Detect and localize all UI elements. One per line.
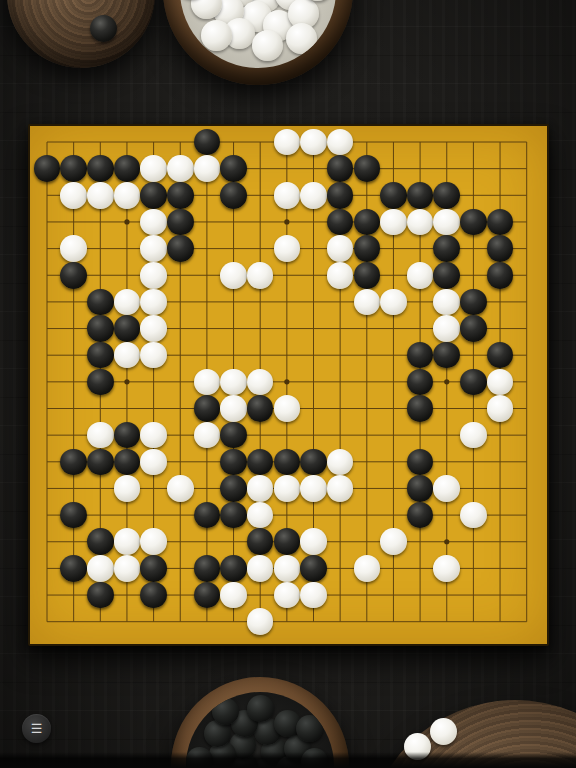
white-stone [487, 395, 514, 422]
white-stone [274, 555, 301, 582]
white-stone [140, 155, 167, 182]
white-stone [327, 262, 354, 289]
white-stone [60, 235, 87, 262]
black-stone [34, 155, 61, 182]
black-stone [87, 369, 114, 396]
black-stone [354, 209, 381, 236]
white-stone-bowl [163, 0, 353, 85]
black-stone [220, 555, 247, 582]
white-stone [274, 182, 301, 209]
white-stone [220, 369, 247, 396]
hoshi-point [444, 539, 449, 544]
hoshi-point [284, 379, 289, 384]
black-stone [114, 315, 141, 342]
black-stone [354, 262, 381, 289]
white-stone [274, 475, 301, 502]
black-stone [220, 502, 247, 529]
black-bowl-stone [212, 698, 239, 725]
white-stone [87, 555, 114, 582]
white-stone [114, 182, 141, 209]
black-stone [114, 449, 141, 476]
black-stone [167, 209, 194, 236]
white-stone [140, 422, 167, 449]
white-stone [300, 475, 327, 502]
white-bowl-stone [201, 20, 232, 51]
white-bowl-stone [252, 30, 283, 61]
black-stone [247, 395, 274, 422]
black-stone [460, 369, 487, 396]
black-stone [60, 155, 87, 182]
white-stone [300, 182, 327, 209]
white-stone [407, 262, 434, 289]
black-stone [87, 342, 114, 369]
white-stone [220, 262, 247, 289]
black-stone [87, 449, 114, 476]
captured-white-stone [430, 718, 457, 745]
white-stone [140, 528, 167, 555]
hoshi-point [124, 219, 129, 224]
menu-button[interactable]: ☰ [22, 714, 51, 743]
black-stone [460, 315, 487, 342]
white-stone [460, 422, 487, 449]
black-stone [60, 502, 87, 529]
capture-lid-top-left [7, 0, 155, 68]
black-stone [487, 262, 514, 289]
black-stone [87, 582, 114, 609]
white-stone [87, 422, 114, 449]
white-stone [433, 315, 460, 342]
white-stone [114, 528, 141, 555]
black-stone [87, 289, 114, 316]
white-stone [380, 528, 407, 555]
go-app-screen: ☰ [0, 0, 576, 768]
white-stone [247, 475, 274, 502]
white-stone [60, 182, 87, 209]
hoshi-point [444, 379, 449, 384]
white-stone [274, 395, 301, 422]
white-stone [140, 262, 167, 289]
white-bowl-well [180, 0, 336, 68]
white-stone [140, 449, 167, 476]
black-stone [220, 475, 247, 502]
white-stone [460, 502, 487, 529]
white-stone [114, 475, 141, 502]
black-stone [354, 235, 381, 262]
white-stone [220, 582, 247, 609]
hamburger-menu-icon: ☰ [31, 722, 43, 735]
white-stone [167, 155, 194, 182]
white-stone [380, 209, 407, 236]
white-stone [380, 289, 407, 316]
white-stone [300, 528, 327, 555]
black-stone [380, 182, 407, 209]
black-stone [167, 182, 194, 209]
white-stone [274, 235, 301, 262]
black-stone [487, 235, 514, 262]
black-stone [87, 155, 114, 182]
black-stone [407, 395, 434, 422]
black-stone [194, 555, 221, 582]
black-stone [220, 449, 247, 476]
black-stone [60, 449, 87, 476]
white-stone [300, 582, 327, 609]
black-stone [300, 449, 327, 476]
black-stone [433, 235, 460, 262]
white-stone [140, 315, 167, 342]
white-stone [327, 235, 354, 262]
black-stone [220, 182, 247, 209]
table-edge-shadow [0, 752, 576, 768]
white-stone [194, 369, 221, 396]
white-stone [354, 289, 381, 316]
black-stone [114, 155, 141, 182]
white-stone [87, 182, 114, 209]
white-stone [140, 235, 167, 262]
black-stone [87, 528, 114, 555]
black-stone [140, 582, 167, 609]
black-stone [194, 395, 221, 422]
black-stone [140, 182, 167, 209]
white-stone [433, 475, 460, 502]
white-stone [140, 342, 167, 369]
white-stone [140, 289, 167, 316]
black-bowl-stone [247, 695, 274, 722]
captured-black-stone [90, 15, 117, 42]
go-board[interactable] [28, 124, 549, 646]
black-stone [220, 155, 247, 182]
black-stone [140, 555, 167, 582]
white-stone [220, 395, 247, 422]
black-stone [407, 182, 434, 209]
black-stone [354, 155, 381, 182]
black-stone [274, 449, 301, 476]
black-stone [460, 289, 487, 316]
black-stone [407, 475, 434, 502]
black-stone [60, 555, 87, 582]
black-stone [300, 555, 327, 582]
white-stone [327, 475, 354, 502]
white-bowl-stone [286, 23, 317, 54]
black-stone [220, 422, 247, 449]
white-stone [247, 262, 274, 289]
white-stone [433, 209, 460, 236]
black-stone [60, 262, 87, 289]
white-stone [300, 129, 327, 156]
white-stone [140, 209, 167, 236]
white-stone [433, 289, 460, 316]
black-stone [327, 182, 354, 209]
white-stone [167, 475, 194, 502]
hoshi-point [284, 219, 289, 224]
black-stone [167, 235, 194, 262]
black-stone [87, 315, 114, 342]
black-stone [433, 262, 460, 289]
white-stone [247, 555, 274, 582]
white-stone [433, 555, 460, 582]
black-bowl-stone [296, 715, 323, 742]
black-stone [460, 209, 487, 236]
white-stone [194, 155, 221, 182]
black-stone [433, 182, 460, 209]
white-stone [114, 555, 141, 582]
white-stone [354, 555, 381, 582]
hoshi-point [124, 379, 129, 384]
black-stone [274, 528, 301, 555]
black-stone [327, 155, 354, 182]
